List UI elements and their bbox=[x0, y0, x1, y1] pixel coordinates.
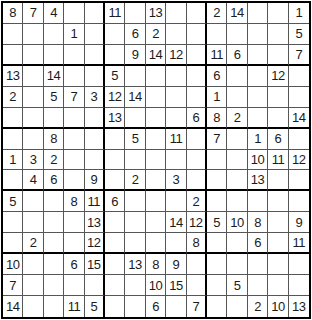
cell-r14c15[interactable] bbox=[289, 275, 309, 296]
cell-r3c5[interactable] bbox=[85, 45, 105, 66]
cell-r3c4[interactable] bbox=[64, 45, 84, 66]
cell-r9c3: 6 bbox=[44, 170, 64, 191]
cell-r8c2: 3 bbox=[23, 150, 43, 171]
cell-r6c4[interactable] bbox=[64, 108, 84, 129]
cell-r2c8: 2 bbox=[146, 24, 166, 45]
cell-r8c10[interactable] bbox=[187, 150, 207, 171]
cell-r5c6: 12 bbox=[105, 87, 125, 108]
cell-r15c5: 5 bbox=[85, 296, 105, 317]
cell-r10c14[interactable] bbox=[268, 191, 288, 212]
cell-r11c4[interactable] bbox=[64, 212, 84, 233]
cell-r13c12[interactable] bbox=[227, 254, 247, 275]
cell-r8c8[interactable] bbox=[146, 150, 166, 171]
cell-r13c13[interactable] bbox=[248, 254, 268, 275]
cell-r12c6[interactable] bbox=[105, 233, 125, 254]
cell-r5c7: 14 bbox=[125, 87, 145, 108]
cell-r8c7[interactable] bbox=[125, 150, 145, 171]
cell-r4c6: 5 bbox=[105, 66, 125, 87]
cell-r2c14[interactable] bbox=[268, 24, 288, 45]
cell-r3c1[interactable] bbox=[3, 45, 23, 66]
cell-r11c5: 13 bbox=[85, 212, 105, 233]
cell-r8c12[interactable] bbox=[227, 150, 247, 171]
cell-r7c15[interactable] bbox=[289, 129, 309, 150]
cell-r13c9: 9 bbox=[166, 254, 186, 275]
cell-r1c8: 13 bbox=[146, 3, 166, 24]
cell-r1c14[interactable] bbox=[268, 3, 288, 24]
cell-r6c7[interactable] bbox=[125, 108, 145, 129]
cell-r7c8[interactable] bbox=[146, 129, 166, 150]
cell-r11c12: 10 bbox=[227, 212, 247, 233]
cell-r2c12[interactable] bbox=[227, 24, 247, 45]
cell-r1c10[interactable] bbox=[187, 3, 207, 24]
cell-r8c13: 10 bbox=[248, 150, 268, 171]
sudoku-board: 8741113214116259141211671314561225731214… bbox=[1, 1, 311, 319]
cell-r1c11: 2 bbox=[207, 3, 227, 24]
cell-r3c12: 6 bbox=[227, 45, 247, 66]
cell-r4c3: 14 bbox=[44, 66, 64, 87]
cell-r15c9[interactable] bbox=[166, 296, 186, 317]
cell-r6c15: 14 bbox=[289, 108, 309, 129]
cell-r2c15: 5 bbox=[289, 24, 309, 45]
cell-r1c6: 11 bbox=[105, 3, 125, 24]
cell-r15c14: 10 bbox=[268, 296, 288, 317]
cell-r2c4: 1 bbox=[64, 24, 84, 45]
cell-r7c11: 7 bbox=[207, 129, 227, 150]
cell-r13c10[interactable] bbox=[187, 254, 207, 275]
cell-r6c12: 2 bbox=[227, 108, 247, 129]
cell-r6c5[interactable] bbox=[85, 108, 105, 129]
cell-r12c13: 6 bbox=[248, 233, 268, 254]
cell-r4c12[interactable] bbox=[227, 66, 247, 87]
cell-r6c11: 8 bbox=[207, 108, 227, 129]
cell-r1c3: 4 bbox=[44, 3, 64, 24]
cell-r15c11[interactable] bbox=[207, 296, 227, 317]
cell-r15c2[interactable] bbox=[23, 296, 43, 317]
cell-r14c8: 10 bbox=[146, 275, 166, 296]
cell-r2c2[interactable] bbox=[23, 24, 43, 45]
cell-r1c2: 7 bbox=[23, 3, 43, 24]
cell-r8c14: 11 bbox=[268, 150, 288, 171]
cell-r15c6[interactable] bbox=[105, 296, 125, 317]
cell-r4c2[interactable] bbox=[23, 66, 43, 87]
cell-r8c9[interactable] bbox=[166, 150, 186, 171]
cell-r9c10[interactable] bbox=[187, 170, 207, 191]
cell-r7c3: 8 bbox=[44, 129, 64, 150]
cell-r2c5[interactable] bbox=[85, 24, 105, 45]
cell-r9c12[interactable] bbox=[227, 170, 247, 191]
cell-r12c9[interactable] bbox=[166, 233, 186, 254]
cell-r5c15[interactable] bbox=[289, 87, 309, 108]
cell-r7c12[interactable] bbox=[227, 129, 247, 150]
cell-r15c13: 2 bbox=[248, 296, 268, 317]
cell-r7c5[interactable] bbox=[85, 129, 105, 150]
cell-r11c15: 9 bbox=[289, 212, 309, 233]
cell-r10c15[interactable] bbox=[289, 191, 309, 212]
cell-r5c3: 5 bbox=[44, 87, 64, 108]
cell-r9c9: 3 bbox=[166, 170, 186, 191]
cell-r15c7[interactable] bbox=[125, 296, 145, 317]
cell-r11c14[interactable] bbox=[268, 212, 288, 233]
cell-r1c9[interactable] bbox=[166, 3, 186, 24]
cell-r14c7[interactable] bbox=[125, 275, 145, 296]
cell-r3c9: 12 bbox=[166, 45, 186, 66]
cell-r7c1[interactable] bbox=[3, 129, 23, 150]
cell-r15c10: 7 bbox=[187, 296, 207, 317]
cell-r8c15: 12 bbox=[289, 150, 309, 171]
cell-r1c15: 1 bbox=[289, 3, 309, 24]
cell-r2c6[interactable] bbox=[105, 24, 125, 45]
cell-r5c4: 7 bbox=[64, 87, 84, 108]
cell-r8c3: 2 bbox=[44, 150, 64, 171]
cell-r14c13[interactable] bbox=[248, 275, 268, 296]
cell-r4c11: 6 bbox=[207, 66, 227, 87]
cell-r9c13: 13 bbox=[248, 170, 268, 191]
cell-r11c3[interactable] bbox=[44, 212, 64, 233]
cell-r14c11[interactable] bbox=[207, 275, 227, 296]
cell-r8c6[interactable] bbox=[105, 150, 125, 171]
cell-r2c7: 6 bbox=[125, 24, 145, 45]
cell-r6c13[interactable] bbox=[248, 108, 268, 129]
cell-r5c2[interactable] bbox=[23, 87, 43, 108]
cell-r14c9: 15 bbox=[166, 275, 186, 296]
cell-r1c4[interactable] bbox=[64, 3, 84, 24]
cell-r10c11[interactable] bbox=[207, 191, 227, 212]
cell-r10c10: 2 bbox=[187, 191, 207, 212]
cell-r13c7: 13 bbox=[125, 254, 145, 275]
cell-r14c6[interactable] bbox=[105, 275, 125, 296]
cell-r3c6[interactable] bbox=[105, 45, 125, 66]
cell-r3c3[interactable] bbox=[44, 45, 64, 66]
cell-r11c1[interactable] bbox=[3, 212, 23, 233]
cell-r14c12: 5 bbox=[227, 275, 247, 296]
cell-r4c10[interactable] bbox=[187, 66, 207, 87]
cell-r10c1: 5 bbox=[3, 191, 23, 212]
cell-r9c14[interactable] bbox=[268, 170, 288, 191]
cell-r13c2[interactable] bbox=[23, 254, 43, 275]
cell-r12c8[interactable] bbox=[146, 233, 166, 254]
cell-r3c14[interactable] bbox=[268, 45, 288, 66]
cell-r2c1[interactable] bbox=[3, 24, 23, 45]
cell-r15c12[interactable] bbox=[227, 296, 247, 317]
cell-r6c1[interactable] bbox=[3, 108, 23, 129]
cell-r1c7[interactable] bbox=[125, 3, 145, 24]
cell-r15c15: 13 bbox=[289, 296, 309, 317]
cell-r3c7: 9 bbox=[125, 45, 145, 66]
cell-r3c2[interactable] bbox=[23, 45, 43, 66]
cell-r3c11: 11 bbox=[207, 45, 227, 66]
cell-r10c4: 8 bbox=[64, 191, 84, 212]
cell-r13c6[interactable] bbox=[105, 254, 125, 275]
cell-r11c7[interactable] bbox=[125, 212, 145, 233]
cell-r9c5: 9 bbox=[85, 170, 105, 191]
cell-r4c8[interactable] bbox=[146, 66, 166, 87]
cell-r10c8[interactable] bbox=[146, 191, 166, 212]
cell-r12c5: 12 bbox=[85, 233, 105, 254]
cell-r10c12[interactable] bbox=[227, 191, 247, 212]
cell-r13c15[interactable] bbox=[289, 254, 309, 275]
cell-r8c1: 1 bbox=[3, 150, 23, 171]
cell-r10c5: 11 bbox=[85, 191, 105, 212]
cell-r5c12[interactable] bbox=[227, 87, 247, 108]
cell-r12c7[interactable] bbox=[125, 233, 145, 254]
cell-r12c11[interactable] bbox=[207, 233, 227, 254]
cell-r6c9[interactable] bbox=[166, 108, 186, 129]
cell-r13c11[interactable] bbox=[207, 254, 227, 275]
cell-r10c6: 6 bbox=[105, 191, 125, 212]
cell-r2c13[interactable] bbox=[248, 24, 268, 45]
cell-r4c7[interactable] bbox=[125, 66, 145, 87]
cell-r6c6: 13 bbox=[105, 108, 125, 129]
cell-r4c1: 13 bbox=[3, 66, 23, 87]
cell-r14c1: 7 bbox=[3, 275, 23, 296]
cell-r7c9: 11 bbox=[166, 129, 186, 150]
cell-r12c3[interactable] bbox=[44, 233, 64, 254]
cell-r15c1: 14 bbox=[3, 296, 23, 317]
cell-r6c14[interactable] bbox=[268, 108, 288, 129]
cell-r11c10: 12 bbox=[187, 212, 207, 233]
cell-r3c10[interactable] bbox=[187, 45, 207, 66]
cell-r8c11[interactable] bbox=[207, 150, 227, 171]
cell-r1c5[interactable] bbox=[85, 3, 105, 24]
cell-r6c3[interactable] bbox=[44, 108, 64, 129]
cell-r9c15[interactable] bbox=[289, 170, 309, 191]
cell-r12c2: 2 bbox=[23, 233, 43, 254]
cell-r7c13: 1 bbox=[248, 129, 268, 150]
cell-r11c8[interactable] bbox=[146, 212, 166, 233]
cell-r5c8[interactable] bbox=[146, 87, 166, 108]
cell-r4c15[interactable] bbox=[289, 66, 309, 87]
cell-r15c4: 11 bbox=[64, 296, 84, 317]
cell-r4c13[interactable] bbox=[248, 66, 268, 87]
cell-r9c11[interactable] bbox=[207, 170, 227, 191]
cell-r14c5[interactable] bbox=[85, 275, 105, 296]
cell-r9c2: 4 bbox=[23, 170, 43, 191]
cell-r12c14[interactable] bbox=[268, 233, 288, 254]
cell-r5c14[interactable] bbox=[268, 87, 288, 108]
cell-r5c9[interactable] bbox=[166, 87, 186, 108]
cell-r1c12: 14 bbox=[227, 3, 247, 24]
cell-r13c4: 6 bbox=[64, 254, 84, 275]
cell-r13c5: 15 bbox=[85, 254, 105, 275]
cell-r5c1: 2 bbox=[3, 87, 23, 108]
cell-r12c4[interactable] bbox=[64, 233, 84, 254]
cell-r6c8[interactable] bbox=[146, 108, 166, 129]
cell-r11c13: 8 bbox=[248, 212, 268, 233]
cell-r9c1[interactable] bbox=[3, 170, 23, 191]
cell-r5c13[interactable] bbox=[248, 87, 268, 108]
cell-r4c14: 12 bbox=[268, 66, 288, 87]
cell-r14c3[interactable] bbox=[44, 275, 64, 296]
cell-r7c7: 5 bbox=[125, 129, 145, 150]
cell-r15c8: 6 bbox=[146, 296, 166, 317]
cell-r4c9[interactable] bbox=[166, 66, 186, 87]
cell-r11c2[interactable] bbox=[23, 212, 43, 233]
cell-r7c6[interactable] bbox=[105, 129, 125, 150]
cell-r5c10[interactable] bbox=[187, 87, 207, 108]
cell-r10c3[interactable] bbox=[44, 191, 64, 212]
cell-r4c5[interactable] bbox=[85, 66, 105, 87]
cell-r14c2[interactable] bbox=[23, 275, 43, 296]
cell-r11c6[interactable] bbox=[105, 212, 125, 233]
sudoku-page: 8741113214116259141211671314561225731214… bbox=[0, 0, 312, 320]
cell-r10c9[interactable] bbox=[166, 191, 186, 212]
cell-r9c4[interactable] bbox=[64, 170, 84, 191]
cell-r2c3[interactable] bbox=[44, 24, 64, 45]
cell-r2c11[interactable] bbox=[207, 24, 227, 45]
cell-r9c8[interactable] bbox=[146, 170, 166, 191]
cell-r10c13[interactable] bbox=[248, 191, 268, 212]
cell-r9c6[interactable] bbox=[105, 170, 125, 191]
cell-r13c8: 8 bbox=[146, 254, 166, 275]
cell-r12c12[interactable] bbox=[227, 233, 247, 254]
cell-r12c1[interactable] bbox=[3, 233, 23, 254]
cell-r7c14: 6 bbox=[268, 129, 288, 150]
cell-r1c1: 8 bbox=[3, 3, 23, 24]
cell-r12c15: 11 bbox=[289, 233, 309, 254]
cell-r5c11: 1 bbox=[207, 87, 227, 108]
cell-r7c10[interactable] bbox=[187, 129, 207, 150]
cell-r13c1: 10 bbox=[3, 254, 23, 275]
cell-r14c14[interactable] bbox=[268, 275, 288, 296]
cell-r5c5: 3 bbox=[85, 87, 105, 108]
cell-r4c4[interactable] bbox=[64, 66, 84, 87]
cell-r2c10[interactable] bbox=[187, 24, 207, 45]
cell-r6c2[interactable] bbox=[23, 108, 43, 129]
cell-r7c4[interactable] bbox=[64, 129, 84, 150]
cell-r3c13[interactable] bbox=[248, 45, 268, 66]
cell-r11c9: 14 bbox=[166, 212, 186, 233]
cell-r11c11: 5 bbox=[207, 212, 227, 233]
cell-r14c10[interactable] bbox=[187, 275, 207, 296]
cell-r10c7[interactable] bbox=[125, 191, 145, 212]
cell-r6c10: 6 bbox=[187, 108, 207, 129]
cell-r13c3[interactable] bbox=[44, 254, 64, 275]
cell-r8c5[interactable] bbox=[85, 150, 105, 171]
cell-r1c13[interactable] bbox=[248, 3, 268, 24]
cell-r15c3[interactable] bbox=[44, 296, 64, 317]
cell-r3c8: 14 bbox=[146, 45, 166, 66]
cell-r7c2[interactable] bbox=[23, 129, 43, 150]
cell-r14c4[interactable] bbox=[64, 275, 84, 296]
cell-r13c14[interactable] bbox=[268, 254, 288, 275]
cell-r10c2[interactable] bbox=[23, 191, 43, 212]
cell-r9c7: 2 bbox=[125, 170, 145, 191]
cell-r3c15: 7 bbox=[289, 45, 309, 66]
cell-r2c9[interactable] bbox=[166, 24, 186, 45]
cell-r12c10: 8 bbox=[187, 233, 207, 254]
cell-r8c4[interactable] bbox=[64, 150, 84, 171]
